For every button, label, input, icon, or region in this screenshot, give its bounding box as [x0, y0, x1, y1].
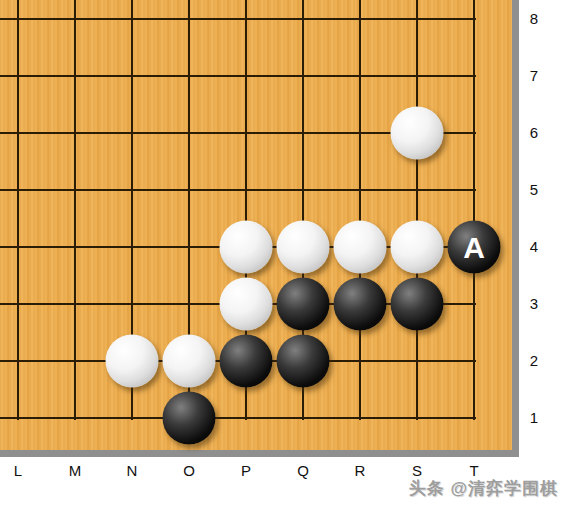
stone-white-S4 — [391, 221, 444, 274]
col-label-L: L — [1, 462, 35, 479]
col-label-P: P — [229, 462, 263, 479]
go-diagram-root: A LMNOPQRST 87654321 头条 @清弈学围棋 — [0, 0, 564, 507]
col-label-R: R — [343, 462, 377, 479]
grid-vline-R — [359, 0, 361, 420]
col-label-M: M — [58, 462, 92, 479]
grid-hline-1 — [0, 417, 476, 419]
row-label-2: 2 — [519, 352, 549, 370]
grid-vline-L — [17, 0, 19, 420]
stone-white-P3 — [220, 278, 273, 331]
row-label-3: 3 — [519, 295, 549, 313]
row-label-8: 8 — [519, 10, 549, 28]
grid-hline-8 — [0, 18, 476, 20]
grid-vline-M — [74, 0, 76, 420]
row-label-5: 5 — [519, 181, 549, 199]
col-label-O: O — [172, 462, 206, 479]
grid-vline-S — [416, 0, 418, 420]
stone-white-R4 — [334, 221, 387, 274]
watermark: 头条 @清弈学围棋 — [409, 477, 558, 500]
col-label-Q: Q — [286, 462, 320, 479]
stone-black-S3 — [391, 278, 444, 331]
grid-hline-5 — [0, 189, 476, 191]
grid-hline-7 — [0, 75, 476, 77]
stone-black-Q3 — [277, 278, 330, 331]
stone-white-P4 — [220, 221, 273, 274]
row-label-1: 1 — [519, 409, 549, 427]
stone-white-N2 — [106, 335, 159, 388]
go-board: A — [0, 0, 519, 457]
row-label-7: 7 — [519, 67, 549, 85]
grid-vline-T — [473, 0, 475, 420]
row-label-4: 4 — [519, 238, 549, 256]
stone-white-O2 — [163, 335, 216, 388]
stone-white-Q4 — [277, 221, 330, 274]
stone-black-Q2 — [277, 335, 330, 388]
stone-white-S6 — [391, 107, 444, 160]
stone-black-T4: A — [448, 221, 501, 274]
stone-black-O1 — [163, 392, 216, 445]
col-label-N: N — [115, 462, 149, 479]
stone-black-R3 — [334, 278, 387, 331]
row-label-6: 6 — [519, 124, 549, 142]
stone-black-P2 — [220, 335, 273, 388]
stone-marker-A: A — [463, 232, 485, 262]
